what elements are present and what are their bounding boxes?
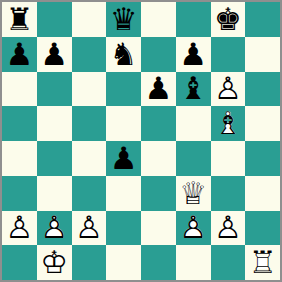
square-d5[interactable]	[106, 106, 141, 141]
square-b8[interactable]	[37, 2, 72, 37]
square-f1[interactable]	[176, 245, 211, 280]
piece-white-pawn[interactable]: ♟♙	[211, 72, 246, 107]
piece-fill: ♚	[211, 2, 246, 37]
piece-fill: ♟	[106, 141, 141, 176]
square-c5[interactable]	[72, 106, 107, 141]
square-b4[interactable]	[37, 141, 72, 176]
square-a8[interactable]: ♜	[2, 2, 37, 37]
piece-white-pawn[interactable]: ♟♙	[2, 211, 37, 246]
square-c3[interactable]	[72, 176, 107, 211]
piece-black-pawn[interactable]: ♟	[2, 37, 37, 72]
piece-white-queen[interactable]: ♛♕	[176, 176, 211, 211]
square-h6[interactable]	[245, 72, 280, 107]
piece-white-pawn[interactable]: ♟♙	[72, 211, 107, 246]
square-h2[interactable]	[245, 211, 280, 246]
piece-white-king[interactable]: ♚♔	[37, 245, 72, 280]
square-e2[interactable]	[141, 211, 176, 246]
piece-fill: ♟	[176, 37, 211, 72]
square-a5[interactable]	[2, 106, 37, 141]
square-a3[interactable]	[2, 176, 37, 211]
square-g5[interactable]: ♝♗	[211, 106, 246, 141]
square-e3[interactable]	[141, 176, 176, 211]
square-d6[interactable]	[106, 72, 141, 107]
square-b3[interactable]	[37, 176, 72, 211]
square-h5[interactable]	[245, 106, 280, 141]
piece-outline: ♙	[2, 211, 37, 246]
piece-white-bishop[interactable]: ♝♗	[211, 106, 246, 141]
square-a7[interactable]: ♟	[2, 37, 37, 72]
square-b6[interactable]	[37, 72, 72, 107]
piece-black-queen[interactable]: ♛	[106, 2, 141, 37]
piece-white-pawn[interactable]: ♟♙	[37, 211, 72, 246]
square-a4[interactable]	[2, 141, 37, 176]
square-a1[interactable]	[2, 245, 37, 280]
piece-fill: ♝	[176, 72, 211, 107]
square-g7[interactable]	[211, 37, 246, 72]
square-h7[interactable]	[245, 37, 280, 72]
square-h1[interactable]: ♜♖	[245, 245, 280, 280]
piece-black-knight[interactable]: ♞	[106, 37, 141, 72]
square-g1[interactable]	[211, 245, 246, 280]
piece-fill: ♟	[37, 37, 72, 72]
square-d8[interactable]: ♛	[106, 2, 141, 37]
piece-fill: ♜	[2, 2, 37, 37]
square-f8[interactable]	[176, 2, 211, 37]
square-b7[interactable]: ♟	[37, 37, 72, 72]
piece-outline: ♕	[176, 176, 211, 211]
piece-black-pawn[interactable]: ♟	[176, 37, 211, 72]
square-c1[interactable]	[72, 245, 107, 280]
square-e7[interactable]	[141, 37, 176, 72]
square-e5[interactable]	[141, 106, 176, 141]
square-e4[interactable]	[141, 141, 176, 176]
square-b1[interactable]: ♚♔	[37, 245, 72, 280]
square-d3[interactable]	[106, 176, 141, 211]
square-c2[interactable]: ♟♙	[72, 211, 107, 246]
square-e8[interactable]	[141, 2, 176, 37]
square-a6[interactable]	[2, 72, 37, 107]
piece-outline: ♙	[37, 211, 72, 246]
square-d1[interactable]	[106, 245, 141, 280]
square-f5[interactable]	[176, 106, 211, 141]
square-g4[interactable]	[211, 141, 246, 176]
square-f7[interactable]: ♟	[176, 37, 211, 72]
piece-white-rook[interactable]: ♜♖	[245, 245, 280, 280]
square-c4[interactable]	[72, 141, 107, 176]
square-b5[interactable]	[37, 106, 72, 141]
piece-outline: ♔	[37, 245, 72, 280]
square-g2[interactable]: ♟♙	[211, 211, 246, 246]
square-d2[interactable]	[106, 211, 141, 246]
square-b2[interactable]: ♟♙	[37, 211, 72, 246]
square-f4[interactable]	[176, 141, 211, 176]
square-f3[interactable]: ♛♕	[176, 176, 211, 211]
square-e6[interactable]: ♟	[141, 72, 176, 107]
square-c8[interactable]	[72, 2, 107, 37]
piece-black-pawn[interactable]: ♟	[141, 72, 176, 107]
piece-outline: ♖	[245, 245, 280, 280]
piece-black-rook[interactable]: ♜	[2, 2, 37, 37]
square-f2[interactable]: ♟♙	[176, 211, 211, 246]
piece-black-bishop[interactable]: ♝	[176, 72, 211, 107]
piece-white-pawn[interactable]: ♟♙	[211, 211, 246, 246]
square-c6[interactable]	[72, 72, 107, 107]
square-g3[interactable]	[211, 176, 246, 211]
square-g6[interactable]: ♟♙	[211, 72, 246, 107]
piece-fill: ♟	[141, 72, 176, 107]
piece-white-pawn[interactable]: ♟♙	[176, 211, 211, 246]
piece-outline: ♙	[72, 211, 107, 246]
piece-black-pawn[interactable]: ♟	[37, 37, 72, 72]
piece-outline: ♙	[211, 72, 246, 107]
square-h8[interactable]	[245, 2, 280, 37]
chess-board: ♜♛♚♟♟♞♟♟♝♟♙♝♗♟♛♕♟♙♟♙♟♙♟♙♟♙♚♔♜♖	[0, 0, 282, 282]
square-c7[interactable]	[72, 37, 107, 72]
square-a2[interactable]: ♟♙	[2, 211, 37, 246]
square-f6[interactable]: ♝	[176, 72, 211, 107]
piece-fill: ♟	[2, 37, 37, 72]
square-d4[interactable]: ♟	[106, 141, 141, 176]
square-h3[interactable]	[245, 176, 280, 211]
piece-outline: ♙	[211, 211, 246, 246]
piece-outline: ♗	[211, 106, 246, 141]
piece-fill: ♛	[106, 2, 141, 37]
piece-outline: ♙	[176, 211, 211, 246]
piece-black-king[interactable]: ♚	[211, 2, 246, 37]
square-e1[interactable]	[141, 245, 176, 280]
square-d7[interactable]: ♞	[106, 37, 141, 72]
square-h4[interactable]	[245, 141, 280, 176]
square-g8[interactable]: ♚	[211, 2, 246, 37]
piece-fill: ♞	[106, 37, 141, 72]
piece-black-pawn[interactable]: ♟	[106, 141, 141, 176]
